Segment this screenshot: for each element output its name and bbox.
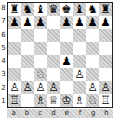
square-h4[interactable] xyxy=(99,55,112,68)
rank-label-3: 3 xyxy=(0,68,7,81)
chess-diagram: 87654321 ♜♞♝♛♚♝♞♜♟♟♟♟♟♟♟♟♘♙♙♙♙♙♙♙♖♗♕♔♗♘♖… xyxy=(0,0,120,120)
rank-label-8: 8 xyxy=(0,2,7,15)
square-b2-piece-P[interactable]: ♙ xyxy=(21,81,34,94)
square-g3[interactable] xyxy=(86,68,99,81)
square-h7-piece-p[interactable]: ♟ xyxy=(99,16,112,29)
square-g4[interactable] xyxy=(86,55,99,68)
square-f2[interactable] xyxy=(73,81,86,94)
square-d6[interactable] xyxy=(47,29,60,42)
square-g2-piece-P[interactable]: ♙ xyxy=(86,81,99,94)
file-label-a: a xyxy=(7,109,20,118)
square-c6[interactable] xyxy=(34,29,47,42)
square-e1-piece-K[interactable]: ♔ xyxy=(60,94,73,107)
square-d5[interactable] xyxy=(47,42,60,55)
square-g8-piece-n[interactable]: ♞ xyxy=(86,3,99,16)
square-e8-piece-k[interactable]: ♚ xyxy=(60,3,73,16)
square-c2-piece-P[interactable]: ♙ xyxy=(34,81,47,94)
rank-labels: 87654321 xyxy=(0,2,7,108)
square-a1-piece-R[interactable]: ♖ xyxy=(8,94,21,107)
square-b7-piece-p[interactable]: ♟ xyxy=(21,16,34,29)
square-h3[interactable] xyxy=(99,68,112,81)
square-b5[interactable] xyxy=(21,42,34,55)
square-c3-piece-N[interactable]: ♘ xyxy=(34,68,47,81)
square-a6[interactable] xyxy=(8,29,21,42)
square-f3-piece-P[interactable]: ♙ xyxy=(73,68,86,81)
rank-label-2: 2 xyxy=(0,82,7,95)
square-e2[interactable] xyxy=(60,81,73,94)
square-g7-piece-p[interactable]: ♟ xyxy=(86,16,99,29)
square-a8-piece-r[interactable]: ♜ xyxy=(8,3,21,16)
square-h5[interactable] xyxy=(99,42,112,55)
square-f1-piece-B[interactable]: ♗ xyxy=(73,94,86,107)
chess-board[interactable]: ♜♞♝♛♚♝♞♜♟♟♟♟♟♟♟♟♘♙♙♙♙♙♙♙♖♗♕♔♗♘♖ xyxy=(7,2,113,108)
square-d3[interactable] xyxy=(47,68,60,81)
square-a7-piece-p[interactable]: ♟ xyxy=(8,16,21,29)
square-d4[interactable] xyxy=(47,55,60,68)
square-e6[interactable] xyxy=(60,29,73,42)
square-b1[interactable] xyxy=(21,94,34,107)
square-b3[interactable] xyxy=(21,68,34,81)
square-h1-piece-R[interactable]: ♖ xyxy=(99,94,112,107)
file-label-h: h xyxy=(100,109,113,118)
square-d7[interactable] xyxy=(47,16,60,29)
file-label-c: c xyxy=(34,109,47,118)
rank-label-5: 5 xyxy=(0,42,7,55)
square-h6[interactable] xyxy=(99,29,112,42)
square-c4[interactable] xyxy=(34,55,47,68)
square-e4-piece-p[interactable]: ♟ xyxy=(60,55,73,68)
square-b8-piece-n[interactable]: ♞ xyxy=(21,3,34,16)
square-a3[interactable] xyxy=(8,68,21,81)
square-b4[interactable] xyxy=(21,55,34,68)
square-f5[interactable] xyxy=(73,42,86,55)
square-g6[interactable] xyxy=(86,29,99,42)
rank-label-1: 1 xyxy=(0,95,7,108)
square-c8-piece-b[interactable]: ♝ xyxy=(34,3,47,16)
square-g5[interactable] xyxy=(86,42,99,55)
square-h2-piece-P[interactable]: ♙ xyxy=(99,81,112,94)
square-d1-piece-Q[interactable]: ♕ xyxy=(47,94,60,107)
square-e3[interactable] xyxy=(60,68,73,81)
square-c1-piece-B[interactable]: ♗ xyxy=(34,94,47,107)
square-h8-piece-r[interactable]: ♜ xyxy=(99,3,112,16)
square-c7-piece-p[interactable]: ♟ xyxy=(34,16,47,29)
rank-label-4: 4 xyxy=(0,55,7,68)
square-b6[interactable] xyxy=(21,29,34,42)
square-a5[interactable] xyxy=(8,42,21,55)
rank-label-7: 7 xyxy=(0,15,7,28)
square-e5[interactable] xyxy=(60,42,73,55)
rank-label-6: 6 xyxy=(0,29,7,42)
square-f4[interactable] xyxy=(73,55,86,68)
file-label-f: f xyxy=(73,109,86,118)
square-c5[interactable] xyxy=(34,42,47,55)
square-a4[interactable] xyxy=(8,55,21,68)
square-a2-piece-P[interactable]: ♙ xyxy=(8,81,21,94)
square-d2-piece-P[interactable]: ♙ xyxy=(47,81,60,94)
file-label-b: b xyxy=(20,109,33,118)
square-f6[interactable] xyxy=(73,29,86,42)
square-e7-piece-p[interactable]: ♟ xyxy=(60,16,73,29)
file-labels: abcdefgh xyxy=(7,109,113,118)
square-f7-piece-p[interactable]: ♟ xyxy=(73,16,86,29)
file-label-e: e xyxy=(60,109,73,118)
square-d8-piece-q[interactable]: ♛ xyxy=(47,3,60,16)
file-label-g: g xyxy=(87,109,100,118)
square-f8-piece-b[interactable]: ♝ xyxy=(73,3,86,16)
square-g1-piece-N[interactable]: ♘ xyxy=(86,94,99,107)
file-label-d: d xyxy=(47,109,60,118)
